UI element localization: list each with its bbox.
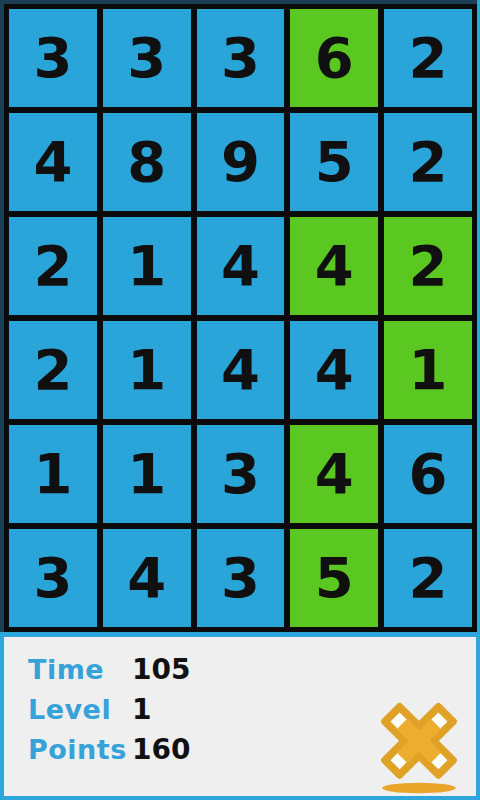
board-cell[interactable]: 9	[197, 113, 285, 211]
board-cell[interactable]: 5	[290, 529, 378, 627]
board-cell[interactable]: 1	[9, 425, 97, 523]
board-cell[interactable]: 1	[103, 321, 191, 419]
board-cell[interactable]: 2	[9, 321, 97, 419]
board-frame: 333624895221442214411134634352	[0, 0, 477, 632]
board-cell[interactable]: 2	[384, 113, 472, 211]
stats-block: Time 105 Level 1 Points 160	[28, 649, 190, 769]
points-value: 160	[132, 733, 190, 766]
status-panel: Time 105 Level 1 Points 160	[0, 633, 480, 800]
board-cell[interactable]: 2	[384, 217, 472, 315]
board-cell[interactable]: 4	[197, 217, 285, 315]
board-cell[interactable]: 1	[103, 425, 191, 523]
level-row: Level 1	[28, 689, 190, 729]
board-cell[interactable]: 4	[290, 321, 378, 419]
board-cell[interactable]: 3	[197, 9, 285, 107]
board-grid: 333624895221442214411134634352	[4, 4, 477, 632]
board-cell[interactable]: 1	[384, 321, 472, 419]
board-cell[interactable]: 3	[9, 9, 97, 107]
x-icon	[372, 698, 466, 794]
board-cell[interactable]: 4	[290, 217, 378, 315]
level-label: Level	[28, 694, 132, 725]
board-cell[interactable]: 5	[290, 113, 378, 211]
board-cell[interactable]: 2	[9, 217, 97, 315]
board-cell[interactable]: 8	[103, 113, 191, 211]
time-row: Time 105	[28, 649, 190, 689]
points-row: Points 160	[28, 729, 190, 769]
time-value: 105	[132, 653, 190, 686]
board-cell[interactable]: 1	[103, 217, 191, 315]
close-x-button[interactable]	[372, 698, 466, 794]
time-label: Time	[28, 654, 132, 685]
board-cell[interactable]: 4	[9, 113, 97, 211]
board-cell[interactable]: 6	[290, 9, 378, 107]
board-cell[interactable]: 3	[197, 529, 285, 627]
points-label: Points	[28, 734, 132, 765]
board-cell[interactable]: 4	[197, 321, 285, 419]
board-cell[interactable]: 4	[290, 425, 378, 523]
board-cell[interactable]: 3	[9, 529, 97, 627]
board-cell[interactable]: 3	[103, 9, 191, 107]
level-value: 1	[132, 693, 151, 726]
board-cell[interactable]: 2	[384, 529, 472, 627]
board-cell[interactable]: 4	[103, 529, 191, 627]
board-cell[interactable]: 3	[197, 425, 285, 523]
game-screen: 333624895221442214411134634352 Time 105 …	[0, 0, 480, 800]
board-cell[interactable]: 6	[384, 425, 472, 523]
board-cell[interactable]: 2	[384, 9, 472, 107]
